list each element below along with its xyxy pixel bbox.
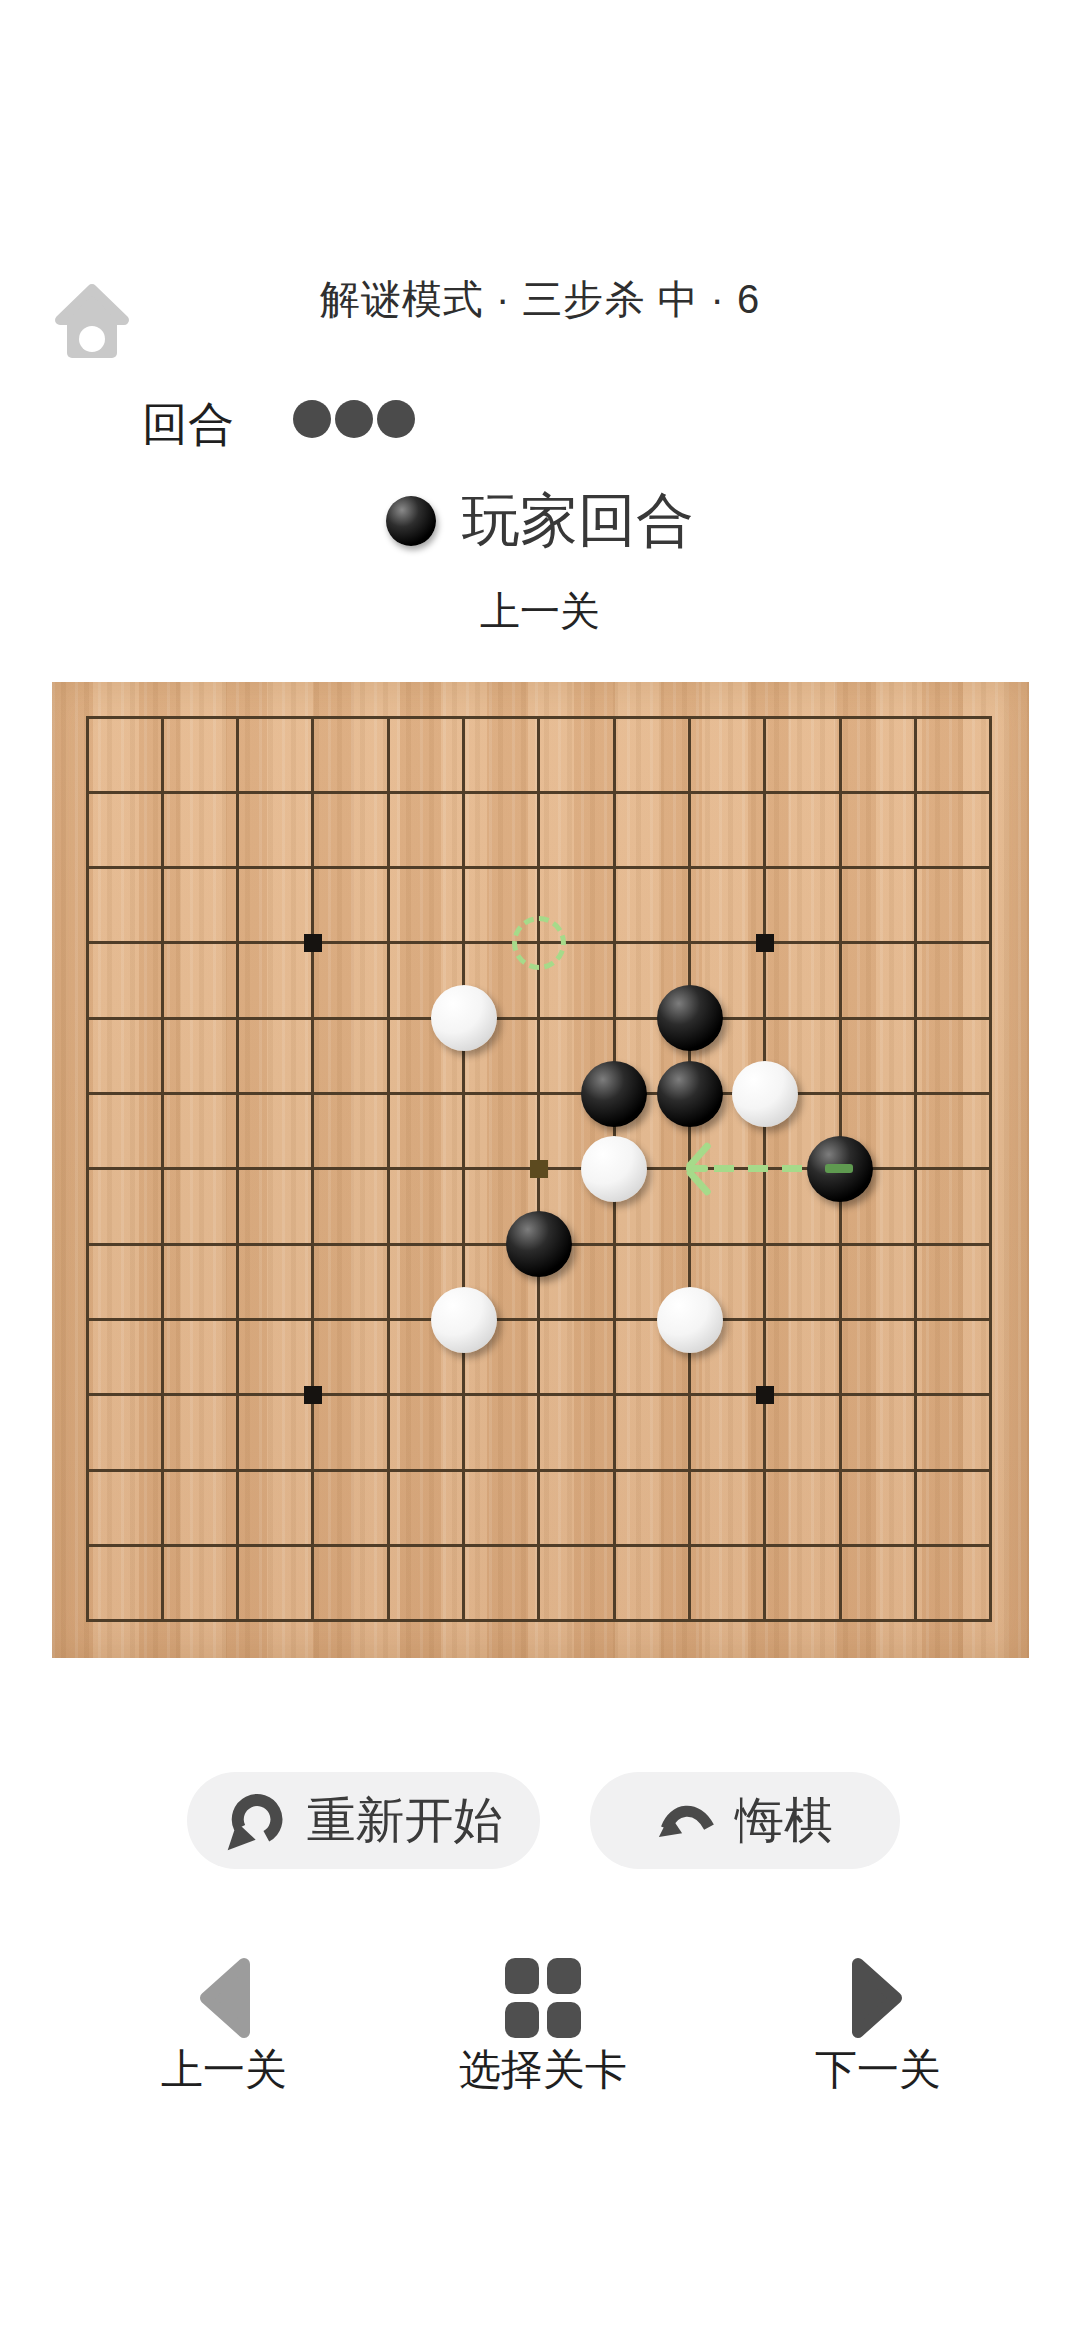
grid-hline (86, 1619, 993, 1622)
round-dot (293, 400, 331, 438)
undo-button[interactable]: 悔棋 (590, 1772, 900, 1869)
star-point (304, 934, 322, 952)
black-stone-icon (386, 496, 436, 546)
star-point (304, 1386, 322, 1404)
hint-arrow-stone-dash (825, 1164, 853, 1173)
round-dot (335, 400, 373, 438)
go-board[interactable] (52, 682, 1029, 1658)
round-dot (377, 400, 415, 438)
puzzle-screen: 解谜模式 · 三步杀 中 · 6 回合 玩家回合 上一关 重新开始 悔棋 (0, 0, 1080, 2340)
restart-label: 重新开始 (307, 1788, 503, 1854)
white-stone (657, 1287, 723, 1353)
grid-hline (86, 1544, 993, 1547)
level-toast: 上一关 (0, 584, 1080, 639)
grid-vline (914, 716, 917, 1623)
star-point (756, 1386, 774, 1404)
black-stone (506, 1211, 572, 1277)
select-level-label[interactable]: 选择关卡 (459, 2042, 627, 2098)
white-stone (431, 1287, 497, 1353)
grid-vline (989, 716, 992, 1623)
undo-label: 悔棋 (735, 1788, 833, 1854)
prev-level-label[interactable]: 上一关 (161, 2042, 287, 2098)
grid-hline (86, 1393, 993, 1396)
white-stone (431, 985, 497, 1051)
next-level-button[interactable] (850, 1956, 906, 2044)
undo-icon (657, 1799, 717, 1843)
black-stone (581, 1061, 647, 1127)
hint-arrow-dashes (714, 1165, 808, 1172)
center-star-point (530, 1160, 548, 1178)
prev-level-button[interactable] (196, 1956, 252, 2044)
rounds-remaining-dots (293, 400, 415, 438)
black-stone (657, 1061, 723, 1127)
grid-hline (86, 1318, 993, 1321)
turn-text: 玩家回合 (462, 482, 694, 560)
page-title: 解谜模式 · 三步杀 中 · 6 (0, 272, 1080, 327)
star-point (756, 934, 774, 952)
grid-hline (86, 1469, 993, 1472)
white-stone (581, 1136, 647, 1202)
next-level-label[interactable]: 下一关 (815, 2042, 941, 2098)
round-label: 回合 (142, 394, 234, 456)
turn-indicator: 玩家回合 (0, 482, 1080, 560)
prev-triangle-icon (196, 1956, 252, 2040)
restart-icon (225, 1789, 289, 1853)
black-stone (657, 985, 723, 1051)
hint-circle-marker (512, 916, 566, 970)
select-level-button[interactable] (505, 1958, 582, 2038)
white-stone (732, 1061, 798, 1127)
next-triangle-icon (850, 1956, 906, 2040)
restart-button[interactable]: 重新开始 (187, 1772, 540, 1869)
